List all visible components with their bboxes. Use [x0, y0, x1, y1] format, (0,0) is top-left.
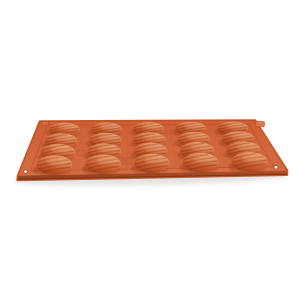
bump-highlight [187, 134, 207, 140]
bump-highlight [58, 124, 77, 130]
bump-highlight [193, 155, 215, 163]
bump-highlight [184, 123, 203, 129]
corner-tab-top-right [255, 121, 264, 127]
cavity-grid [33, 121, 268, 176]
bump-highlight [144, 145, 165, 152]
bump-highlight [54, 135, 74, 141]
bump-highlight [236, 143, 257, 150]
corner-hole-bottom-left [24, 170, 28, 174]
corner-tab-top-left [42, 121, 49, 125]
bump-highlight [143, 134, 163, 140]
bump-highlight [100, 124, 119, 130]
product-photo [0, 0, 300, 300]
bump-highlight [99, 135, 119, 141]
mould-photo-art [0, 0, 300, 300]
corner-hole-bottom-right [274, 165, 278, 169]
bump-highlight [231, 133, 251, 139]
bump-highlight [97, 145, 118, 152]
bump-highlight [47, 158, 69, 166]
bump-highlight [226, 123, 245, 129]
bump-highlight [242, 154, 264, 162]
bump-highlight [96, 157, 118, 165]
bump-highlight [145, 156, 167, 164]
mould-tray [18, 121, 288, 181]
bump-highlight [190, 144, 211, 151]
bump-highlight [51, 146, 72, 153]
bump-highlight [142, 124, 161, 130]
